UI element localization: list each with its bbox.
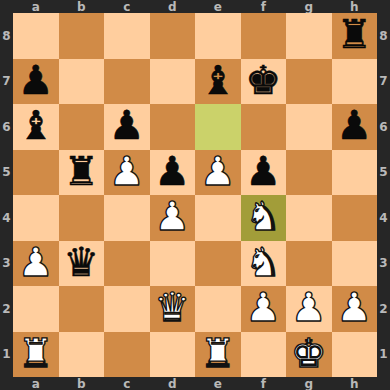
square-d5[interactable]: ♟ <box>150 150 196 196</box>
rank-label-5: 5 <box>0 150 13 196</box>
file-label-a: a <box>13 0 59 13</box>
square-c3[interactable] <box>104 241 150 287</box>
rank-label-8: 8 <box>377 13 390 59</box>
square-b6[interactable] <box>59 104 105 150</box>
rank-label-7: 7 <box>0 59 13 105</box>
square-d2[interactable]: ♛ <box>150 286 196 332</box>
white-rook[interactable]: ♜ <box>18 332 54 376</box>
square-c6[interactable]: ♟ <box>104 104 150 150</box>
black-pawn[interactable]: ♟ <box>245 150 281 194</box>
rank-labels-left: 87654321 <box>0 13 13 377</box>
square-f5[interactable]: ♟ <box>241 150 287 196</box>
rank-label-3: 3 <box>0 241 13 287</box>
file-label-b: b <box>59 377 105 390</box>
file-label-a: a <box>13 377 59 390</box>
square-g3[interactable] <box>286 241 332 287</box>
file-label-e: e <box>195 0 241 13</box>
square-e5[interactable]: ♟ <box>195 150 241 196</box>
rank-label-7: 7 <box>377 59 390 105</box>
square-b2[interactable] <box>59 286 105 332</box>
file-label-g: g <box>286 377 332 390</box>
square-g7[interactable] <box>286 59 332 105</box>
rank-label-5: 5 <box>377 150 390 196</box>
white-pawn[interactable]: ♟ <box>245 286 281 330</box>
square-a1[interactable]: ♜ <box>13 332 59 378</box>
white-knight[interactable]: ♞ <box>245 241 281 285</box>
black-pawn[interactable]: ♟ <box>154 150 190 194</box>
square-f2[interactable]: ♟ <box>241 286 287 332</box>
black-rook[interactable]: ♜ <box>336 13 372 57</box>
rank-label-6: 6 <box>0 104 13 150</box>
square-h8[interactable]: ♜ <box>332 13 378 59</box>
file-label-f: f <box>241 0 287 13</box>
square-g4[interactable] <box>286 195 332 241</box>
square-e8[interactable] <box>195 13 241 59</box>
square-h6[interactable]: ♟ <box>332 104 378 150</box>
file-label-c: c <box>104 0 150 13</box>
rank-labels-right: 87654321 <box>377 13 390 377</box>
file-label-h: h <box>332 377 378 390</box>
black-king[interactable]: ♚ <box>245 59 281 103</box>
white-pawn[interactable]: ♟ <box>154 195 190 239</box>
square-b1[interactable] <box>59 332 105 378</box>
square-h4[interactable] <box>332 195 378 241</box>
square-b3[interactable]: ♛ <box>59 241 105 287</box>
square-g2[interactable]: ♟ <box>286 286 332 332</box>
square-e2[interactable] <box>195 286 241 332</box>
rank-label-2: 2 <box>0 286 13 332</box>
square-a7[interactable]: ♟ <box>13 59 59 105</box>
square-f1[interactable] <box>241 332 287 378</box>
square-d3[interactable] <box>150 241 196 287</box>
rank-label-2: 2 <box>377 286 390 332</box>
rank-label-3: 3 <box>377 241 390 287</box>
rank-label-8: 8 <box>0 13 13 59</box>
square-c5[interactable]: ♟ <box>104 150 150 196</box>
black-bishop[interactable]: ♝ <box>18 104 54 148</box>
square-d1[interactable] <box>150 332 196 378</box>
square-f6[interactable] <box>241 104 287 150</box>
chess-board[interactable]: ♜♟♝♚♝♟♟♜♟♟♟♟♟♞♟♛♞♛♟♟♟♜♜♚ <box>13 13 377 377</box>
square-e3[interactable] <box>195 241 241 287</box>
rank-label-1: 1 <box>0 332 13 378</box>
square-d4[interactable]: ♟ <box>150 195 196 241</box>
square-f7[interactable]: ♚ <box>241 59 287 105</box>
rank-label-6: 6 <box>377 104 390 150</box>
square-g5[interactable] <box>286 150 332 196</box>
black-pawn[interactable]: ♟ <box>18 59 54 103</box>
file-label-e: e <box>195 377 241 390</box>
square-b8[interactable] <box>59 13 105 59</box>
black-pawn[interactable]: ♟ <box>109 104 145 148</box>
file-label-f: f <box>241 377 287 390</box>
square-b4[interactable] <box>59 195 105 241</box>
square-h3[interactable] <box>332 241 378 287</box>
square-g1[interactable]: ♚ <box>286 332 332 378</box>
square-g6[interactable] <box>286 104 332 150</box>
rank-label-1: 1 <box>377 332 390 378</box>
white-pawn[interactable]: ♟ <box>291 286 327 330</box>
black-bishop[interactable]: ♝ <box>200 59 236 103</box>
file-label-b: b <box>59 0 105 13</box>
white-king[interactable]: ♚ <box>291 332 327 376</box>
chess-board-frame: abcdefgh abcdefgh 87654321 87654321 ♜♟♝♚… <box>0 0 390 390</box>
white-pawn[interactable]: ♟ <box>200 150 236 194</box>
black-pawn[interactable]: ♟ <box>336 104 372 148</box>
square-c2[interactable] <box>104 286 150 332</box>
square-h1[interactable] <box>332 332 378 378</box>
file-label-c: c <box>104 377 150 390</box>
square-e7[interactable]: ♝ <box>195 59 241 105</box>
file-labels-top: abcdefgh <box>13 0 377 13</box>
file-labels-bottom: abcdefgh <box>13 377 377 390</box>
square-c4[interactable] <box>104 195 150 241</box>
square-e6[interactable] <box>195 104 241 150</box>
square-c1[interactable] <box>104 332 150 378</box>
square-c8[interactable] <box>104 13 150 59</box>
square-d6[interactable] <box>150 104 196 150</box>
rank-label-4: 4 <box>0 195 13 241</box>
black-rook[interactable]: ♜ <box>63 150 99 194</box>
white-pawn[interactable]: ♟ <box>18 241 54 285</box>
black-queen[interactable]: ♛ <box>63 241 99 285</box>
file-label-d: d <box>150 377 196 390</box>
rank-label-4: 4 <box>377 195 390 241</box>
square-b5[interactable]: ♜ <box>59 150 105 196</box>
file-label-g: g <box>286 0 332 13</box>
square-a8[interactable] <box>13 13 59 59</box>
white-pawn[interactable]: ♟ <box>109 150 145 194</box>
square-d8[interactable] <box>150 13 196 59</box>
square-h7[interactable] <box>332 59 378 105</box>
square-a4[interactable] <box>13 195 59 241</box>
square-f3[interactable]: ♞ <box>241 241 287 287</box>
square-a5[interactable] <box>13 150 59 196</box>
square-b7[interactable] <box>59 59 105 105</box>
square-g8[interactable] <box>286 13 332 59</box>
square-f4[interactable]: ♞ <box>241 195 287 241</box>
square-e4[interactable] <box>195 195 241 241</box>
file-label-h: h <box>332 0 378 13</box>
square-d7[interactable] <box>150 59 196 105</box>
square-a2[interactable] <box>13 286 59 332</box>
square-c7[interactable] <box>104 59 150 105</box>
white-rook[interactable]: ♜ <box>200 332 236 376</box>
white-queen[interactable]: ♛ <box>154 286 190 330</box>
square-h5[interactable] <box>332 150 378 196</box>
square-a6[interactable]: ♝ <box>13 104 59 150</box>
square-e1[interactable]: ♜ <box>195 332 241 378</box>
square-a3[interactable]: ♟ <box>13 241 59 287</box>
white-pawn[interactable]: ♟ <box>336 286 372 330</box>
file-label-d: d <box>150 0 196 13</box>
square-f8[interactable] <box>241 13 287 59</box>
white-knight[interactable]: ♞ <box>245 195 281 239</box>
square-h2[interactable]: ♟ <box>332 286 378 332</box>
